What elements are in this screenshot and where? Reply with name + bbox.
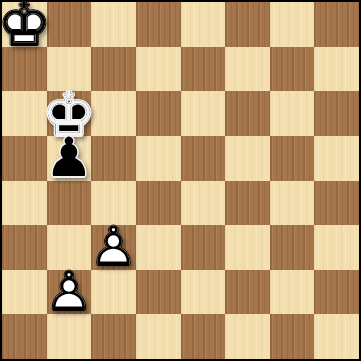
piece-black-pawn-b5[interactable]: ♟ xyxy=(47,136,92,181)
chess-board-frame: ♚♔♚♔♟♟♙♟♙ xyxy=(0,0,361,361)
square-a3[interactable] xyxy=(2,225,47,270)
square-d4[interactable] xyxy=(136,181,181,226)
square-c1[interactable] xyxy=(91,314,136,359)
square-e4[interactable] xyxy=(181,181,226,226)
square-a4[interactable] xyxy=(2,181,47,226)
square-a2[interactable] xyxy=(2,270,47,315)
square-f2[interactable] xyxy=(225,270,270,315)
square-a6[interactable] xyxy=(2,91,47,136)
square-g2[interactable] xyxy=(270,270,315,315)
square-g1[interactable] xyxy=(270,314,315,359)
square-h6[interactable] xyxy=(314,91,359,136)
square-h2[interactable] xyxy=(314,270,359,315)
square-b7[interactable] xyxy=(47,47,92,92)
square-g4[interactable] xyxy=(270,181,315,226)
square-d1[interactable] xyxy=(136,314,181,359)
square-b4[interactable] xyxy=(47,181,92,226)
square-f3[interactable] xyxy=(225,225,270,270)
square-h1[interactable] xyxy=(314,314,359,359)
black-king-detail-glyph: ♔ xyxy=(47,91,92,136)
square-d3[interactable] xyxy=(136,225,181,270)
square-f4[interactable] xyxy=(225,181,270,226)
square-h3[interactable] xyxy=(314,225,359,270)
square-e6[interactable] xyxy=(181,91,226,136)
square-f7[interactable] xyxy=(225,47,270,92)
square-e5[interactable] xyxy=(181,136,226,181)
white-king-detail-glyph: ♔ xyxy=(2,2,47,47)
piece-white-pawn-b2[interactable]: ♟♙ xyxy=(47,270,92,315)
square-d8[interactable] xyxy=(136,2,181,47)
square-b5[interactable]: ♟ xyxy=(47,136,92,181)
piece-black-king-b6[interactable]: ♚♔ xyxy=(47,91,92,136)
square-a7[interactable] xyxy=(2,47,47,92)
square-b2[interactable]: ♟♙ xyxy=(47,270,92,315)
square-e2[interactable] xyxy=(181,270,226,315)
square-a8[interactable]: ♚♔ xyxy=(2,2,47,47)
square-d2[interactable] xyxy=(136,270,181,315)
square-d7[interactable] xyxy=(136,47,181,92)
square-d6[interactable] xyxy=(136,91,181,136)
square-c5[interactable] xyxy=(91,136,136,181)
square-h7[interactable] xyxy=(314,47,359,92)
square-f1[interactable] xyxy=(225,314,270,359)
square-g7[interactable] xyxy=(270,47,315,92)
square-h8[interactable] xyxy=(314,2,359,47)
square-e7[interactable] xyxy=(181,47,226,92)
square-b6[interactable]: ♚♔ xyxy=(47,91,92,136)
square-c8[interactable] xyxy=(91,2,136,47)
black-pawn-glyph: ♟ xyxy=(47,136,92,181)
square-g8[interactable] xyxy=(270,2,315,47)
square-c4[interactable] xyxy=(91,181,136,226)
black-king-glyph: ♚ xyxy=(47,91,92,136)
square-a1[interactable] xyxy=(2,314,47,359)
white-pawn-detail-glyph: ♙ xyxy=(91,225,136,270)
square-f8[interactable] xyxy=(225,2,270,47)
square-g3[interactable] xyxy=(270,225,315,270)
square-c2[interactable] xyxy=(91,270,136,315)
white-pawn-glyph: ♟ xyxy=(47,270,92,315)
square-e8[interactable] xyxy=(181,2,226,47)
square-b8[interactable] xyxy=(47,2,92,47)
square-g6[interactable] xyxy=(270,91,315,136)
square-e1[interactable] xyxy=(181,314,226,359)
square-c6[interactable] xyxy=(91,91,136,136)
square-c7[interactable] xyxy=(91,47,136,92)
square-a5[interactable] xyxy=(2,136,47,181)
square-e3[interactable] xyxy=(181,225,226,270)
white-king-glyph: ♚ xyxy=(2,2,47,47)
piece-white-pawn-c3[interactable]: ♟♙ xyxy=(91,225,136,270)
square-f5[interactable] xyxy=(225,136,270,181)
square-f6[interactable] xyxy=(225,91,270,136)
white-pawn-glyph: ♟ xyxy=(91,225,136,270)
white-pawn-detail-glyph: ♙ xyxy=(47,270,92,315)
square-h4[interactable] xyxy=(314,181,359,226)
square-b3[interactable] xyxy=(47,225,92,270)
square-d5[interactable] xyxy=(136,136,181,181)
square-b1[interactable] xyxy=(47,314,92,359)
square-g5[interactable] xyxy=(270,136,315,181)
chess-board: ♚♔♚♔♟♟♙♟♙ xyxy=(2,2,359,359)
square-c3[interactable]: ♟♙ xyxy=(91,225,136,270)
square-h5[interactable] xyxy=(314,136,359,181)
piece-white-king-a8[interactable]: ♚♔ xyxy=(2,2,47,47)
